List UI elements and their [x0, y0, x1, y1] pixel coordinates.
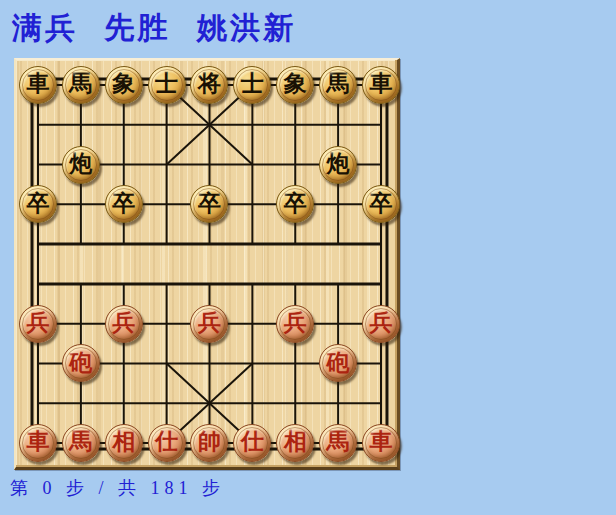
piece-glyph: 車	[26, 430, 49, 453]
piece-black[interactable]: 象	[105, 66, 143, 104]
piece-red[interactable]: 砲	[319, 344, 357, 382]
piece-red[interactable]: 馬	[62, 424, 100, 462]
piece-black[interactable]: 将	[190, 66, 228, 104]
piece-black[interactable]: 卒	[276, 185, 314, 223]
piece-glyph: 卒	[284, 192, 307, 215]
piece-black[interactable]: 炮	[319, 146, 357, 184]
piece-glyph: 相	[284, 430, 307, 453]
piece-red[interactable]: 兵	[105, 305, 143, 343]
piece-glyph: 炮	[69, 152, 92, 175]
piece-black[interactable]: 卒	[19, 185, 57, 223]
piece-black[interactable]: 象	[276, 66, 314, 104]
piece-glyph: 仕	[155, 430, 178, 453]
xiangqi-board[interactable]: 車馬象士将士象馬車炮炮卒卒卒卒卒兵兵兵兵兵砲砲車馬相仕帥仕相馬車	[14, 58, 400, 470]
piece-glyph: 砲	[327, 351, 350, 374]
piece-black[interactable]: 卒	[190, 185, 228, 223]
piece-black[interactable]: 卒	[105, 185, 143, 223]
piece-glyph: 炮	[327, 152, 350, 175]
piece-glyph: 将	[198, 72, 221, 95]
board-inner: 車馬象士将士象馬車炮炮卒卒卒卒卒兵兵兵兵兵砲砲車馬相仕帥仕相馬車	[16, 60, 397, 467]
piece-glyph: 砲	[69, 351, 92, 374]
piece-glyph: 象	[112, 72, 135, 95]
piece-black[interactable]: 卒	[362, 185, 400, 223]
piece-glyph: 帥	[198, 430, 221, 453]
piece-glyph: 車	[369, 72, 392, 95]
piece-glyph: 兵	[112, 311, 135, 334]
piece-glyph: 相	[112, 430, 135, 453]
piece-red[interactable]: 車	[362, 424, 400, 462]
piece-red[interactable]: 仕	[233, 424, 271, 462]
piece-black[interactable]: 車	[19, 66, 57, 104]
piece-glyph: 卒	[112, 192, 135, 215]
piece-black[interactable]: 炮	[62, 146, 100, 184]
piece-red[interactable]: 帥	[190, 424, 228, 462]
piece-red[interactable]: 兵	[19, 305, 57, 343]
piece-black[interactable]: 馬	[62, 66, 100, 104]
piece-glyph: 士	[155, 72, 178, 95]
piece-glyph: 兵	[284, 311, 307, 334]
piece-red[interactable]: 仕	[148, 424, 186, 462]
piece-red[interactable]: 砲	[62, 344, 100, 382]
piece-black[interactable]: 士	[148, 66, 186, 104]
piece-red[interactable]: 兵	[362, 305, 400, 343]
piece-black[interactable]: 士	[233, 66, 271, 104]
piece-grid: 車馬象士将士象馬車炮炮卒卒卒卒卒兵兵兵兵兵砲砲車馬相仕帥仕相馬車	[17, 65, 403, 463]
piece-red[interactable]: 相	[276, 424, 314, 462]
piece-red[interactable]: 兵	[190, 305, 228, 343]
piece-red[interactable]: 車	[19, 424, 57, 462]
piece-red[interactable]: 兵	[276, 305, 314, 343]
piece-glyph: 兵	[369, 311, 392, 334]
piece-glyph: 士	[241, 72, 264, 95]
piece-red[interactable]: 馬	[319, 424, 357, 462]
piece-black[interactable]: 馬	[319, 66, 357, 104]
piece-glyph: 馬	[327, 72, 350, 95]
piece-glyph: 車	[26, 72, 49, 95]
piece-glyph: 兵	[198, 311, 221, 334]
piece-glyph: 馬	[69, 72, 92, 95]
piece-glyph: 象	[284, 72, 307, 95]
app-background: { "header": { "title": "满兵 先胜 姚洪新" }, "s…	[0, 0, 616, 515]
piece-glyph: 仕	[241, 430, 264, 453]
piece-glyph: 馬	[69, 430, 92, 453]
piece-glyph: 卒	[369, 192, 392, 215]
piece-glyph: 馬	[327, 430, 350, 453]
piece-red[interactable]: 相	[105, 424, 143, 462]
piece-glyph: 卒	[26, 192, 49, 215]
piece-black[interactable]: 車	[362, 66, 400, 104]
piece-glyph: 車	[369, 430, 392, 453]
game-title: 满兵 先胜 姚洪新	[12, 8, 296, 49]
piece-glyph: 兵	[26, 311, 49, 334]
move-counter: 第 0 步 / 共 181 步	[10, 476, 225, 500]
piece-glyph: 卒	[198, 192, 221, 215]
